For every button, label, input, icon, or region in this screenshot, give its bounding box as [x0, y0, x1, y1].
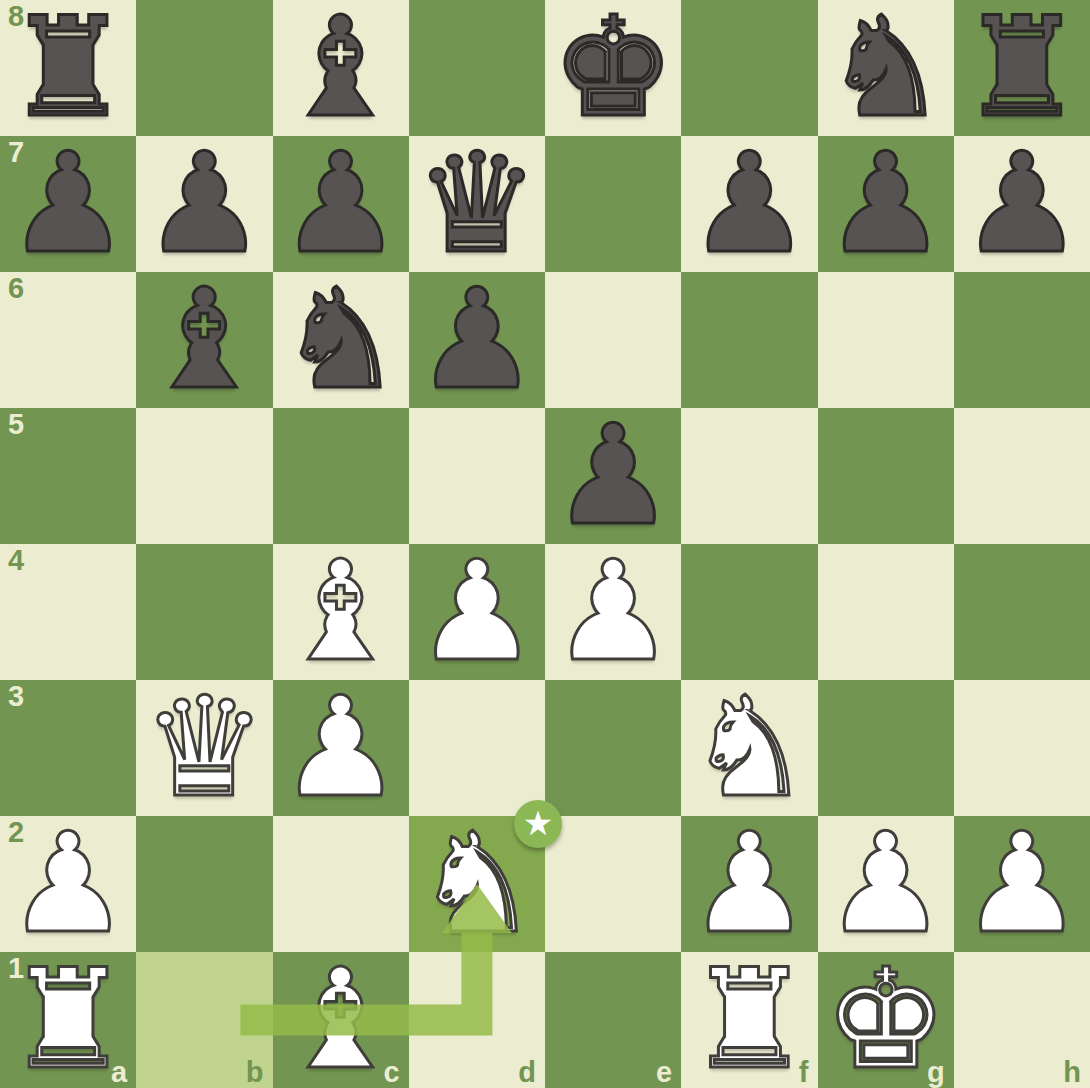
square-e6[interactable]	[545, 272, 681, 408]
square-c2[interactable]	[273, 816, 409, 952]
white-pawn-f2[interactable]: ♟	[681, 816, 817, 952]
square-g5[interactable]	[818, 408, 954, 544]
square-b4[interactable]	[136, 544, 272, 680]
square-g6[interactable]	[818, 272, 954, 408]
black-pawn-a7[interactable]: ♟	[0, 136, 136, 272]
black-bishop-b6[interactable]: ♝	[136, 272, 272, 408]
square-f4[interactable]	[681, 544, 817, 680]
white-bishop-c4[interactable]: ♝	[273, 544, 409, 680]
black-queen-d7[interactable]: ♛	[409, 136, 545, 272]
black-king-e8[interactable]: ♚	[545, 0, 681, 136]
white-knight-f3[interactable]: ♞	[681, 680, 817, 816]
black-pawn-d6[interactable]: ♟	[409, 272, 545, 408]
square-g4[interactable]	[818, 544, 954, 680]
square-a4[interactable]: 4	[0, 544, 136, 680]
white-rook-f1[interactable]: ♜	[681, 952, 817, 1088]
square-e7[interactable]	[545, 136, 681, 272]
square-f8[interactable]	[681, 0, 817, 136]
white-pawn-e4[interactable]: ♟	[545, 544, 681, 680]
rank-label-4: 4	[8, 545, 24, 577]
white-pawn-g2[interactable]: ♟	[818, 816, 954, 952]
square-f5[interactable]	[681, 408, 817, 544]
best-move-badge: ★	[514, 800, 562, 848]
square-d8[interactable]	[409, 0, 545, 136]
black-pawn-h7[interactable]: ♟	[954, 136, 1090, 272]
white-queen-b3[interactable]: ♛	[136, 680, 272, 816]
square-b1[interactable]: b	[136, 952, 272, 1088]
square-a5[interactable]: 5	[0, 408, 136, 544]
best-move-star-icon: ★	[523, 799, 553, 847]
square-d5[interactable]	[409, 408, 545, 544]
square-h3[interactable]	[954, 680, 1090, 816]
square-e3[interactable]	[545, 680, 681, 816]
black-pawn-b7[interactable]: ♟	[136, 136, 272, 272]
white-pawn-h2[interactable]: ♟	[954, 816, 1090, 952]
square-h1[interactable]: h	[954, 952, 1090, 1088]
black-knight-c6[interactable]: ♞	[273, 272, 409, 408]
chess-board: 87654321abcdefgh♜♝♚♞♜♟♟♟♛♟♟♟♝♞♟♟♝♟♟♛♟♞♟♞…	[0, 0, 1090, 1088]
white-king-g1[interactable]: ♚	[818, 952, 954, 1088]
white-bishop-c1[interactable]: ♝	[273, 952, 409, 1088]
rank-label-3: 3	[8, 681, 24, 713]
square-b5[interactable]	[136, 408, 272, 544]
square-d1[interactable]: d	[409, 952, 545, 1088]
square-h5[interactable]	[954, 408, 1090, 544]
square-e2[interactable]	[545, 816, 681, 952]
file-label-b: b	[246, 1057, 264, 1088]
white-pawn-a2[interactable]: ♟	[0, 816, 136, 952]
rank-label-5: 5	[8, 409, 24, 441]
black-pawn-f7[interactable]: ♟	[681, 136, 817, 272]
square-f6[interactable]	[681, 272, 817, 408]
black-knight-g8[interactable]: ♞	[818, 0, 954, 136]
square-a6[interactable]: 6	[0, 272, 136, 408]
file-label-e: e	[656, 1057, 672, 1088]
black-bishop-c8[interactable]: ♝	[273, 0, 409, 136]
black-pawn-e5[interactable]: ♟	[545, 408, 681, 544]
black-rook-h8[interactable]: ♜	[954, 0, 1090, 136]
white-rook-a1[interactable]: ♜	[0, 952, 136, 1088]
square-b8[interactable]	[136, 0, 272, 136]
file-label-h: h	[1063, 1057, 1081, 1088]
square-b2[interactable]	[136, 816, 272, 952]
square-h4[interactable]	[954, 544, 1090, 680]
white-pawn-c3[interactable]: ♟	[273, 680, 409, 816]
square-a3[interactable]: 3	[0, 680, 136, 816]
white-pawn-d4[interactable]: ♟	[409, 544, 545, 680]
black-rook-a8[interactable]: ♜	[0, 0, 136, 136]
square-c5[interactable]	[273, 408, 409, 544]
black-pawn-c7[interactable]: ♟	[273, 136, 409, 272]
black-pawn-g7[interactable]: ♟	[818, 136, 954, 272]
square-g3[interactable]	[818, 680, 954, 816]
square-h6[interactable]	[954, 272, 1090, 408]
file-label-d: d	[518, 1057, 536, 1088]
square-e1[interactable]: e	[545, 952, 681, 1088]
square-d3[interactable]	[409, 680, 545, 816]
